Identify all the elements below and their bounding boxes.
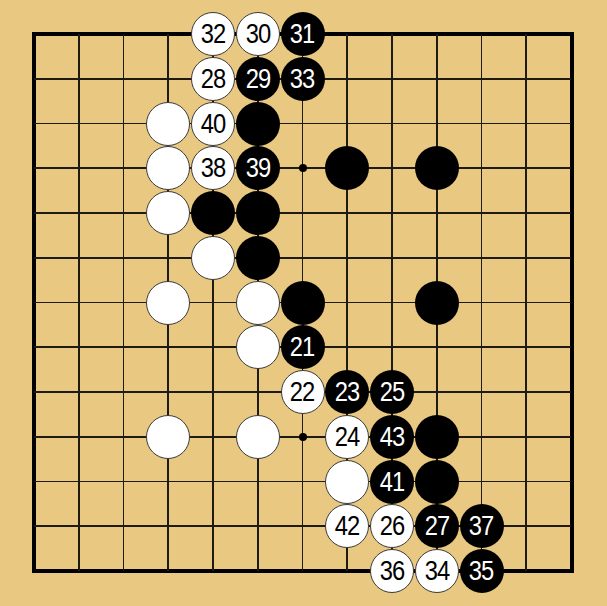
stone-white-36[interactable]: 36 — [370, 549, 414, 593]
stone-black[interactable] — [415, 281, 459, 325]
move-number: 41 — [380, 468, 405, 496]
move-number: 23 — [335, 378, 360, 406]
stone-white-38[interactable]: 38 — [191, 146, 235, 190]
stone-black[interactable] — [415, 146, 459, 190]
move-number: 21 — [290, 333, 315, 361]
stone-black-35[interactable]: 35 — [460, 549, 504, 593]
move-number: 43 — [380, 423, 405, 451]
stone-white[interactable] — [325, 460, 369, 504]
move-number: 33 — [290, 65, 315, 93]
stone-black[interactable] — [325, 146, 369, 190]
stone-black[interactable] — [415, 415, 459, 459]
stone-black[interactable] — [415, 460, 459, 504]
stone-black-33[interactable]: 33 — [281, 57, 325, 101]
stone-white[interactable] — [146, 281, 190, 325]
stone-white-24[interactable]: 24 — [325, 415, 369, 459]
stone-white-28[interactable]: 28 — [191, 57, 235, 101]
stone-white[interactable] — [146, 146, 190, 190]
move-number: 24 — [335, 423, 360, 451]
move-number: 36 — [380, 557, 405, 585]
stone-black[interactable] — [191, 191, 235, 235]
stone-black-39[interactable]: 39 — [236, 146, 280, 190]
move-number: 28 — [201, 65, 226, 93]
move-number: 29 — [245, 65, 270, 93]
stone-black-27[interactable]: 27 — [415, 504, 459, 548]
stone-white-22[interactable]: 22 — [281, 370, 325, 414]
move-number: 30 — [245, 20, 270, 48]
stone-white[interactable] — [146, 102, 190, 146]
stone-white-26[interactable]: 26 — [370, 504, 414, 548]
go-board: 3230312829334038392122232524434142262737… — [0, 0, 607, 606]
stone-white-42[interactable]: 42 — [325, 504, 369, 548]
move-number: 40 — [201, 110, 226, 138]
stone-white[interactable] — [236, 281, 280, 325]
move-number: 22 — [290, 378, 315, 406]
stone-white[interactable] — [146, 415, 190, 459]
stone-white-34[interactable]: 34 — [415, 549, 459, 593]
stone-white[interactable] — [191, 236, 235, 280]
stone-white-30[interactable]: 30 — [236, 12, 280, 56]
stone-black-23[interactable]: 23 — [325, 370, 369, 414]
stone-black-41[interactable]: 41 — [370, 460, 414, 504]
move-number: 38 — [201, 154, 226, 182]
move-number: 26 — [380, 512, 405, 540]
stone-black-43[interactable]: 43 — [370, 415, 414, 459]
move-number: 39 — [245, 154, 270, 182]
stone-black-21[interactable]: 21 — [281, 325, 325, 369]
board-grid[interactable]: 3230312829334038392122232524434142262737… — [12, 12, 594, 594]
move-number: 25 — [380, 378, 405, 406]
stone-black-29[interactable]: 29 — [236, 57, 280, 101]
stone-black-25[interactable]: 25 — [370, 370, 414, 414]
stone-black[interactable] — [236, 236, 280, 280]
move-number: 42 — [335, 512, 360, 540]
move-number: 34 — [424, 557, 449, 585]
move-number: 27 — [424, 512, 449, 540]
stone-white[interactable] — [236, 415, 280, 459]
move-number: 32 — [201, 20, 226, 48]
stone-black-37[interactable]: 37 — [460, 504, 504, 548]
stone-black[interactable] — [281, 281, 325, 325]
stone-white-32[interactable]: 32 — [191, 12, 235, 56]
stone-white-40[interactable]: 40 — [191, 102, 235, 146]
stone-black[interactable] — [236, 191, 280, 235]
move-number: 31 — [290, 20, 315, 48]
stone-white[interactable] — [236, 325, 280, 369]
stone-black[interactable] — [236, 102, 280, 146]
stone-white[interactable] — [146, 191, 190, 235]
move-number: 35 — [469, 557, 494, 585]
stone-black-31[interactable]: 31 — [281, 12, 325, 56]
move-number: 37 — [469, 512, 494, 540]
